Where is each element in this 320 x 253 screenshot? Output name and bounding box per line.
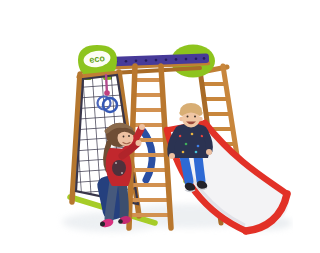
boy-jacket [172, 123, 209, 158]
boy-leg-right [198, 156, 201, 181]
girl-leg-left [109, 181, 114, 219]
playset-photo: eco [40, 16, 293, 253]
boy-leg-left [184, 156, 189, 182]
girl-leg-right [122, 181, 124, 216]
